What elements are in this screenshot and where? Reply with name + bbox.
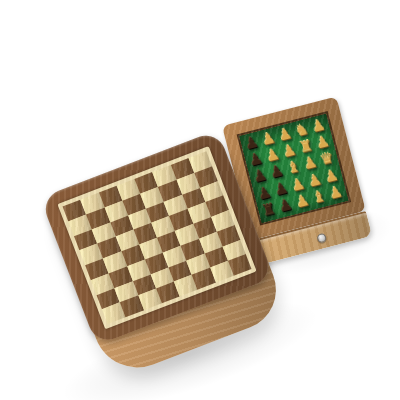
chess-piece-light-pawn[interactable]: ♟ — [327, 184, 344, 202]
chess-piece-light-pawn[interactable]: ♟ — [294, 193, 311, 211]
product-photo: ♟♟♟♞♟♟♟♟♜♟♟♟♝♟♛♟♟♟♟♟♜♟♟♝♟ — [0, 0, 400, 400]
chess-piece-light-bishop[interactable]: ♝ — [311, 188, 328, 206]
chess-piece-dark-rook[interactable]: ♜ — [261, 201, 278, 219]
piece-tray: ♟♟♟♞♟♟♟♟♜♟♟♟♝♟♛♟♟♟♟♟♜♟♟♝♟ — [241, 116, 346, 221]
drawer-felt: ♟♟♟♞♟♟♟♟♜♟♟♟♝♟♛♟♟♟♟♟♜♟♟♝♟ — [237, 111, 352, 226]
screw-icon — [316, 233, 327, 244]
chess-piece-dark-pawn[interactable]: ♟ — [277, 197, 294, 215]
